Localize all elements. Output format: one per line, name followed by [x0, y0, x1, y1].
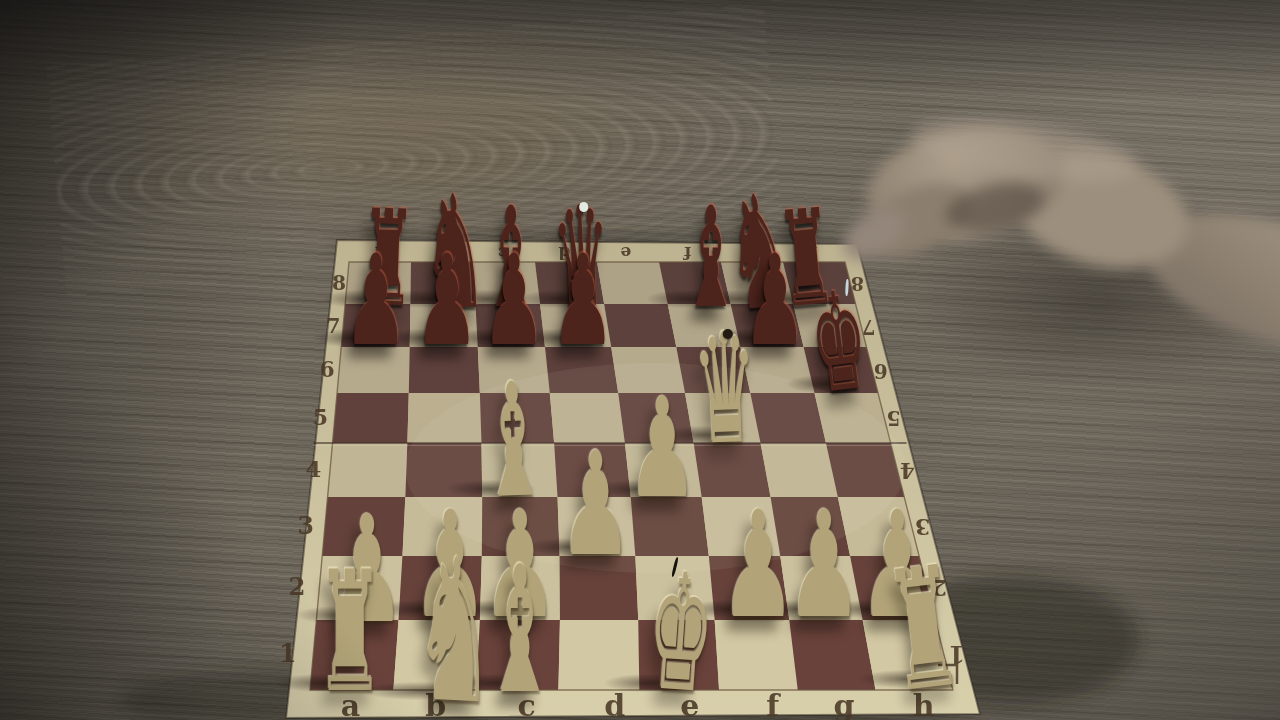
rank-label-left-4: 4 — [305, 456, 321, 482]
square-g1 — [789, 620, 875, 690]
square-a6 — [337, 347, 410, 393]
file-label-top-a: a — [375, 243, 386, 263]
file-label-bottom-f: f — [766, 688, 781, 720]
rank-label-right-4: 4 — [900, 458, 915, 483]
rank-label-left-5: 5 — [313, 404, 328, 430]
square-b7 — [410, 304, 478, 347]
hand — [850, 95, 1280, 360]
square-g8 — [721, 262, 793, 304]
square-c8 — [473, 262, 540, 304]
rank-label-left-1: 1 — [279, 638, 297, 668]
square-f8 — [659, 262, 731, 304]
square-a3 — [322, 497, 405, 556]
square-a8 — [345, 262, 411, 304]
file-label-bottom-c: c — [518, 688, 536, 720]
file-label-bottom-h: h — [913, 688, 935, 720]
photo-frame: abcdefghabcdefgh8877665544332211 ♜♞♝♛♝♞♜… — [0, 0, 1280, 720]
file-label-bottom-b: b — [425, 688, 446, 720]
file-label-top-c: c — [498, 243, 508, 263]
board-sheen — [405, 363, 905, 573]
square-c1 — [476, 620, 560, 690]
file-label-bottom-a: a — [341, 688, 360, 720]
square-a5 — [333, 393, 409, 443]
rank-label-right-6: 6 — [874, 359, 888, 383]
square-g7 — [731, 304, 804, 347]
rank-label-right-1: 1 — [949, 640, 966, 668]
file-label-top-g: g — [743, 243, 755, 263]
square-g2 — [780, 556, 862, 620]
square-c7 — [475, 304, 545, 347]
file-label-top-b: b — [436, 243, 448, 263]
square-d7 — [540, 304, 611, 347]
square-e1 — [638, 620, 719, 690]
file-label-top-e: e — [620, 243, 631, 263]
rank-label-left-2: 2 — [289, 572, 306, 601]
rank-label-right-2: 2 — [931, 575, 947, 601]
square-f7 — [668, 304, 741, 347]
square-a2 — [316, 556, 402, 620]
file-label-top-d: d — [558, 243, 570, 263]
square-a1 — [310, 620, 398, 690]
square-b8 — [410, 262, 475, 304]
rank-label-left-6: 6 — [320, 357, 335, 382]
file-label-bottom-e: e — [680, 688, 699, 720]
square-d8 — [535, 262, 604, 304]
square-b1 — [393, 620, 480, 690]
rank-label-left-8: 8 — [332, 271, 346, 295]
file-label-bottom-d: d — [604, 688, 625, 720]
square-a7 — [341, 304, 410, 347]
square-d1 — [558, 620, 639, 690]
rank-label-right-5: 5 — [886, 406, 900, 430]
file-label-bottom-g: g — [834, 688, 855, 720]
square-f1 — [715, 620, 798, 690]
square-c2 — [480, 556, 560, 620]
rank-label-right-3: 3 — [915, 514, 930, 540]
square-e8 — [597, 262, 668, 304]
file-label-top-h: h — [805, 243, 817, 263]
square-b6 — [409, 347, 480, 393]
square-h8 — [783, 262, 856, 304]
square-e7 — [604, 304, 676, 347]
square-b2 — [399, 556, 482, 620]
rank-label-left-7: 7 — [326, 313, 340, 338]
square-a4 — [328, 443, 408, 497]
rank-label-left-3: 3 — [297, 512, 313, 540]
